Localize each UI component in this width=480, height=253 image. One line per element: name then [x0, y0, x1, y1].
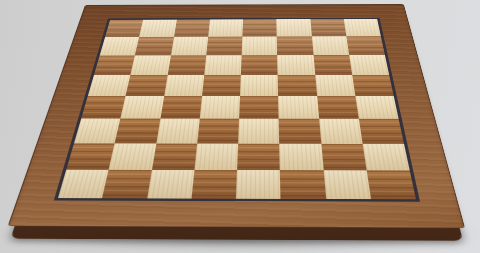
square-f7: [277, 37, 313, 56]
square-d3: [197, 119, 239, 144]
square-c6: [167, 55, 206, 75]
square-e5: [240, 75, 278, 96]
square-c8: [174, 19, 210, 36]
square-f5: [278, 75, 317, 96]
square-e3: [238, 119, 279, 144]
square-b8: [139, 20, 176, 37]
square-h7: [346, 36, 385, 55]
square-d6: [204, 55, 242, 75]
square-f2: [279, 143, 323, 170]
square-d7: [206, 37, 242, 55]
square-g4: [317, 96, 359, 119]
square-b1: [102, 170, 151, 199]
square-d2: [194, 143, 238, 170]
square-b7: [135, 37, 173, 55]
square-g5: [315, 75, 355, 96]
square-d8: [208, 19, 243, 36]
square-a5: [88, 75, 131, 96]
square-a3: [74, 119, 120, 143]
square-c7: [171, 37, 208, 55]
square-f6: [277, 55, 314, 75]
square-f8: [276, 19, 311, 36]
square-e2: [237, 143, 280, 170]
square-e7: [242, 37, 278, 56]
square-b4: [121, 96, 164, 119]
square-a6: [94, 55, 135, 75]
square-f1: [280, 170, 326, 199]
square-b5: [126, 75, 168, 96]
square-g8: [310, 19, 346, 36]
square-h1: [366, 170, 416, 199]
square-g6: [313, 55, 352, 75]
square-c4: [160, 96, 202, 119]
photo-backdrop: [0, 0, 480, 253]
square-e8: [242, 19, 277, 36]
square-c1: [147, 170, 195, 199]
square-b6: [131, 55, 171, 75]
square-e1: [236, 170, 281, 199]
square-e6: [241, 55, 278, 75]
board-squares-grid: [54, 18, 420, 202]
square-h3: [359, 119, 404, 144]
square-c3: [156, 119, 200, 144]
square-c5: [164, 75, 204, 96]
square-d4: [199, 96, 240, 119]
square-b3: [115, 119, 160, 144]
square-h8: [344, 19, 381, 36]
board-frame: [8, 4, 466, 228]
square-e4: [239, 96, 279, 119]
square-c2: [151, 143, 196, 170]
square-g7: [311, 36, 348, 55]
square-a2: [66, 143, 115, 170]
chess-board: [8, 4, 466, 228]
square-b2: [109, 143, 156, 170]
square-g2: [321, 143, 367, 170]
square-h4: [355, 96, 398, 119]
square-a4: [81, 96, 126, 119]
square-a7: [100, 37, 140, 55]
square-g3: [319, 119, 363, 144]
square-h2: [362, 144, 409, 171]
square-f3: [279, 119, 321, 144]
square-f4: [278, 96, 318, 119]
square-h5: [352, 75, 394, 96]
square-h6: [349, 55, 389, 75]
square-a8: [105, 20, 143, 37]
square-d5: [202, 75, 241, 96]
square-a1: [58, 169, 109, 198]
square-d1: [191, 170, 237, 199]
square-g1: [323, 170, 371, 199]
